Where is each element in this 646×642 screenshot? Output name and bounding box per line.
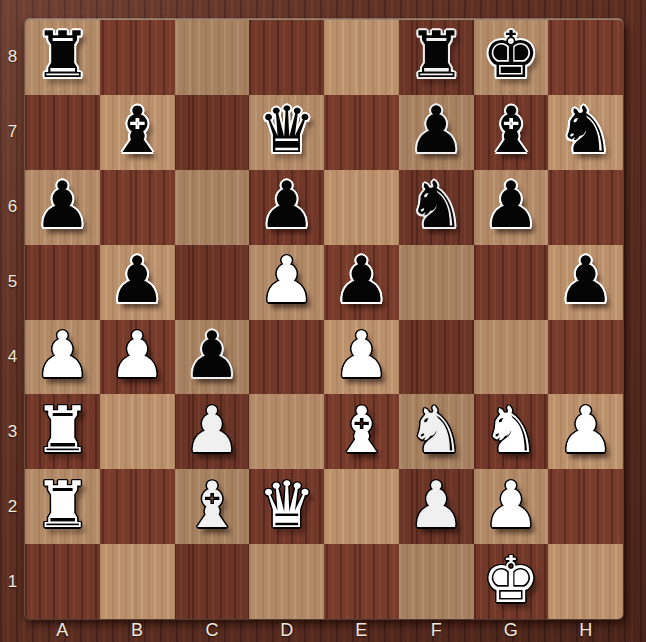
- square-b5[interactable]: ♟: [100, 245, 175, 320]
- square-b2[interactable]: [100, 469, 175, 544]
- square-e3[interactable]: ♝: [324, 394, 399, 469]
- chessboard-frame: ♜♜♚♝♛♟♝♞♟♟♞♟♟♟♟♟♟♟♟♟♜♟♝♞♞♟♜♝♛♟♟♚ 8765432…: [0, 0, 646, 642]
- square-d4[interactable]: [249, 320, 324, 395]
- square-e2[interactable]: [324, 469, 399, 544]
- file-label-h: H: [548, 619, 623, 642]
- square-f8[interactable]: ♜: [399, 20, 474, 95]
- rank-label-1: 1: [0, 544, 25, 619]
- piece-black-knight[interactable]: ♞: [557, 93, 614, 167]
- square-f7[interactable]: ♟: [399, 95, 474, 170]
- square-b4[interactable]: ♟: [100, 320, 175, 395]
- square-a2[interactable]: ♜: [25, 469, 100, 544]
- piece-white-knight[interactable]: ♞: [407, 393, 464, 467]
- square-f3[interactable]: ♞: [399, 394, 474, 469]
- square-f2[interactable]: ♟: [399, 469, 474, 544]
- file-label-d: D: [249, 619, 324, 642]
- square-c8[interactable]: [175, 20, 250, 95]
- square-h8[interactable]: [548, 20, 623, 95]
- square-c1[interactable]: [175, 544, 250, 619]
- piece-black-bishop[interactable]: ♝: [108, 93, 165, 167]
- piece-black-pawn[interactable]: ♟: [482, 168, 539, 242]
- piece-white-pawn[interactable]: ♟: [407, 468, 464, 542]
- square-a7[interactable]: [25, 95, 100, 170]
- square-h2[interactable]: [548, 469, 623, 544]
- piece-black-knight[interactable]: ♞: [407, 168, 464, 242]
- piece-black-bishop[interactable]: ♝: [482, 93, 539, 167]
- square-f6[interactable]: ♞: [399, 170, 474, 245]
- rank-label-4: 4: [0, 320, 25, 395]
- file-label-a: A: [25, 619, 100, 642]
- square-d3[interactable]: [249, 394, 324, 469]
- piece-white-rook[interactable]: ♜: [34, 468, 91, 542]
- rank-labels: 87654321: [0, 20, 25, 619]
- square-e4[interactable]: ♟: [324, 320, 399, 395]
- piece-black-rook[interactable]: ♜: [34, 20, 91, 92]
- file-label-b: B: [100, 619, 175, 642]
- chess-board: ♜♜♚♝♛♟♝♞♟♟♞♟♟♟♟♟♟♟♟♟♜♟♝♞♞♟♜♝♛♟♟♚: [25, 20, 623, 619]
- piece-black-pawn[interactable]: ♟: [333, 243, 390, 317]
- piece-white-bishop[interactable]: ♝: [183, 468, 240, 542]
- square-e1[interactable]: [324, 544, 399, 619]
- square-c3[interactable]: ♟: [175, 394, 250, 469]
- square-a5[interactable]: [25, 245, 100, 320]
- file-label-f: F: [399, 619, 474, 642]
- piece-black-pawn[interactable]: ♟: [258, 168, 315, 242]
- square-d8[interactable]: [249, 20, 324, 95]
- file-label-e: E: [324, 619, 399, 642]
- piece-white-pawn[interactable]: ♟: [34, 318, 91, 392]
- piece-black-pawn[interactable]: ♟: [108, 243, 165, 317]
- square-a6[interactable]: ♟: [25, 170, 100, 245]
- square-a4[interactable]: ♟: [25, 320, 100, 395]
- piece-white-knight[interactable]: ♞: [482, 393, 539, 467]
- piece-white-pawn[interactable]: ♟: [482, 468, 539, 542]
- square-d7[interactable]: ♛: [249, 95, 324, 170]
- piece-black-pawn[interactable]: ♟: [183, 318, 240, 392]
- piece-black-pawn[interactable]: ♟: [407, 93, 464, 167]
- square-c7[interactable]: [175, 95, 250, 170]
- piece-black-queen[interactable]: ♛: [258, 93, 315, 167]
- square-g3[interactable]: ♞: [474, 394, 549, 469]
- square-e7[interactable]: [324, 95, 399, 170]
- square-f4[interactable]: [399, 320, 474, 395]
- piece-black-rook[interactable]: ♜: [407, 20, 464, 92]
- piece-black-king[interactable]: ♚: [482, 20, 539, 92]
- rank-label-8: 8: [0, 20, 25, 95]
- piece-white-pawn[interactable]: ♟: [258, 243, 315, 317]
- file-label-c: C: [175, 619, 250, 642]
- square-h3[interactable]: ♟: [548, 394, 623, 469]
- piece-white-king[interactable]: ♚: [482, 543, 539, 617]
- square-e6[interactable]: [324, 170, 399, 245]
- piece-white-pawn[interactable]: ♟: [183, 393, 240, 467]
- square-b1[interactable]: [100, 544, 175, 619]
- piece-white-queen[interactable]: ♛: [258, 468, 315, 542]
- square-g8[interactable]: ♚: [474, 20, 549, 95]
- square-c6[interactable]: [175, 170, 250, 245]
- square-b3[interactable]: [100, 394, 175, 469]
- square-a3[interactable]: ♜: [25, 394, 100, 469]
- square-c2[interactable]: ♝: [175, 469, 250, 544]
- piece-white-pawn[interactable]: ♟: [557, 393, 614, 467]
- piece-white-rook[interactable]: ♜: [34, 393, 91, 467]
- square-g5[interactable]: [474, 245, 549, 320]
- square-d5[interactable]: ♟: [249, 245, 324, 320]
- square-e8[interactable]: [324, 20, 399, 95]
- square-b7[interactable]: ♝: [100, 95, 175, 170]
- square-e5[interactable]: ♟: [324, 245, 399, 320]
- square-h7[interactable]: ♞: [548, 95, 623, 170]
- square-h6[interactable]: [548, 170, 623, 245]
- square-h5[interactable]: ♟: [548, 245, 623, 320]
- square-h4[interactable]: [548, 320, 623, 395]
- square-d6[interactable]: ♟: [249, 170, 324, 245]
- file-label-g: G: [474, 619, 549, 642]
- file-labels: ABCDEFGH: [25, 619, 623, 642]
- square-g4[interactable]: [474, 320, 549, 395]
- square-f5[interactable]: [399, 245, 474, 320]
- piece-white-bishop[interactable]: ♝: [333, 393, 390, 467]
- square-a8[interactable]: ♜: [25, 20, 100, 95]
- square-g6[interactable]: ♟: [474, 170, 549, 245]
- square-d2[interactable]: ♛: [249, 469, 324, 544]
- rank-label-2: 2: [0, 469, 25, 544]
- square-a1[interactable]: [25, 544, 100, 619]
- square-d1[interactable]: [249, 544, 324, 619]
- square-g7[interactable]: ♝: [474, 95, 549, 170]
- piece-white-pawn[interactable]: ♟: [333, 318, 390, 392]
- square-b8[interactable]: [100, 20, 175, 95]
- piece-white-pawn[interactable]: ♟: [108, 318, 165, 392]
- square-c4[interactable]: ♟: [175, 320, 250, 395]
- rank-label-7: 7: [0, 95, 25, 170]
- square-g2[interactable]: ♟: [474, 469, 549, 544]
- piece-black-pawn[interactable]: ♟: [34, 168, 91, 242]
- rank-label-3: 3: [0, 394, 25, 469]
- square-g1[interactable]: ♚: [474, 544, 549, 619]
- square-f1[interactable]: [399, 544, 474, 619]
- rank-label-6: 6: [0, 170, 25, 245]
- rank-label-5: 5: [0, 245, 25, 320]
- piece-black-pawn[interactable]: ♟: [557, 243, 614, 317]
- square-b6[interactable]: [100, 170, 175, 245]
- square-c5[interactable]: [175, 245, 250, 320]
- square-h1[interactable]: [548, 544, 623, 619]
